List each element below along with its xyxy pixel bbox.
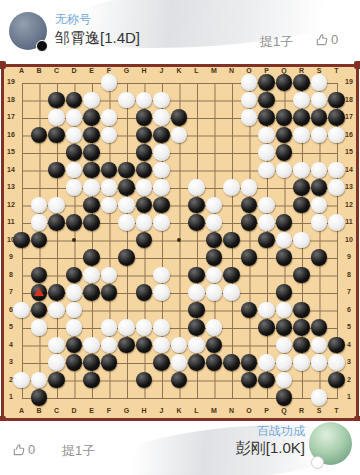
white-stone-J15: [153, 144, 170, 161]
col-label-bottom: M: [208, 407, 220, 415]
row-label-right: 7: [342, 288, 356, 296]
top-player-title: 无称号: [55, 11, 91, 28]
white-stone-M11: [206, 214, 223, 231]
black-stone-E11: [83, 214, 100, 231]
black-stone-P17: [258, 109, 275, 126]
row-label-left: 9: [4, 253, 18, 261]
col-label-top: H: [138, 67, 150, 75]
white-stone-K3: [171, 354, 188, 371]
black-stone-D15: [66, 144, 83, 161]
black-stone-L11: [188, 214, 205, 231]
white-stone-S19: [311, 74, 328, 91]
white-stone-E18: [83, 92, 100, 109]
white-stone-T16: [328, 127, 345, 144]
black-stone-L3: [188, 354, 205, 371]
black-stone-L5: [188, 319, 205, 336]
col-label-bottom: B: [33, 407, 45, 415]
black-stone-G14: [118, 162, 135, 179]
white-stone-C4: [48, 337, 65, 354]
black-stone-Q1: [276, 389, 293, 406]
col-label-bottom: N: [226, 407, 238, 415]
black-stone-D11: [66, 214, 83, 231]
white-stone-S3: [311, 354, 328, 371]
white-stone-D7: [66, 284, 83, 301]
white-stone-O13: [241, 179, 258, 196]
black-stone-E15: [83, 144, 100, 161]
black-stone-T18: [328, 92, 345, 109]
col-label-top: N: [226, 67, 238, 75]
white-stone-R16: [293, 127, 310, 144]
black-stone-C11: [48, 214, 65, 231]
col-label-bottom: K: [173, 407, 185, 415]
col-label-bottom: L: [191, 407, 203, 415]
black-stone-T2: [328, 372, 345, 389]
black-stone-J12: [153, 197, 170, 214]
black-stone-L8: [188, 267, 205, 284]
row-label-right: 6: [342, 306, 356, 314]
black-stone-S17: [311, 109, 328, 126]
white-stone-C17: [48, 109, 65, 126]
black-stone-E16: [83, 127, 100, 144]
thumbs-up-icon: [315, 33, 329, 47]
black-stone-H15: [136, 144, 153, 161]
col-label-bottom: O: [243, 407, 255, 415]
col-label-top: L: [191, 67, 203, 75]
col-label-bottom: Q: [278, 407, 290, 415]
white-stone-B11: [31, 214, 48, 231]
white-stone-L4: [188, 337, 205, 354]
black-stone-E17: [83, 109, 100, 126]
white-stone-J13: [153, 179, 170, 196]
white-stone-L7: [188, 284, 205, 301]
white-side-indicator: [311, 456, 324, 469]
black-stone-P19: [258, 74, 275, 91]
black-stone-N3: [223, 354, 240, 371]
top-like-button[interactable]: 0: [315, 32, 338, 47]
bottom-like-count: 0: [28, 442, 35, 457]
black-stone-R4: [293, 337, 310, 354]
row-label-right: 5: [342, 323, 356, 331]
row-label-right: 10: [342, 236, 356, 244]
black-stone-C14: [48, 162, 65, 179]
white-stone-L13: [188, 179, 205, 196]
black-stone-F3: [101, 354, 118, 371]
black-stone-M9: [206, 249, 223, 266]
bottom-player-name: 彭刚[1.0K]: [236, 439, 305, 458]
last-move-marker: [34, 288, 44, 296]
black-stone-Q19: [276, 74, 293, 91]
white-stone-H5: [136, 319, 153, 336]
white-stone-C12: [48, 197, 65, 214]
black-stone-Q9: [276, 249, 293, 266]
col-label-bottom: A: [16, 407, 28, 415]
bottom-player-title: 百战功成: [257, 423, 305, 440]
white-stone-P6: [258, 302, 275, 319]
black-stone-R5: [293, 319, 310, 336]
white-stone-R18: [293, 92, 310, 109]
white-stone-A6: [13, 302, 30, 319]
black-stone-R8: [293, 267, 310, 284]
col-label-bottom: D: [68, 407, 80, 415]
white-stone-J5: [153, 319, 170, 336]
white-stone-J14: [153, 162, 170, 179]
row-label-left: 13: [4, 183, 18, 191]
black-stone-R19: [293, 74, 310, 91]
row-label-left: 7: [4, 288, 18, 296]
col-label-top: E: [86, 67, 98, 75]
white-stone-M5: [206, 319, 223, 336]
black-stone-P5: [258, 319, 275, 336]
row-label-left: 19: [4, 78, 18, 86]
bottom-player-bar: 0 提1子 百战功成 彭刚[1.0K]: [0, 421, 360, 475]
black-stone-R13: [293, 179, 310, 196]
black-stone-B7: [31, 284, 48, 301]
black-stone-N10: [223, 232, 240, 249]
row-label-left: 14: [4, 166, 18, 174]
black-stone-K17: [171, 109, 188, 126]
black-stone-M3: [206, 354, 223, 371]
bottom-captures-count: 提1子: [62, 442, 95, 460]
black-stone-L6: [188, 302, 205, 319]
col-label-top: M: [208, 67, 220, 75]
black-stone-G4: [118, 337, 135, 354]
col-label-top: D: [68, 67, 80, 75]
black-stone-E3: [83, 354, 100, 371]
col-label-top: K: [173, 67, 185, 75]
white-stone-J4: [153, 337, 170, 354]
white-stone-R3: [293, 354, 310, 371]
white-stone-N13: [223, 179, 240, 196]
white-stone-B5: [31, 319, 48, 336]
white-stone-T13: [328, 179, 345, 196]
white-stone-G18: [118, 92, 135, 109]
bottom-like-button[interactable]: 0: [12, 442, 35, 457]
row-label-right: 12: [342, 201, 356, 209]
black-side-indicator: [36, 40, 48, 52]
col-label-bottom: F: [103, 407, 115, 415]
black-stone-Q11: [276, 214, 293, 231]
black-stone-E9: [83, 249, 100, 266]
star-point: [177, 238, 181, 242]
black-stone-E7: [83, 284, 100, 301]
white-stone-M7: [206, 284, 223, 301]
col-label-bottom: R: [296, 407, 308, 415]
black-stone-F7: [101, 284, 118, 301]
black-stone-Q5: [276, 319, 293, 336]
white-stone-F13: [101, 179, 118, 196]
row-label-left: 17: [4, 113, 18, 121]
black-stone-E14: [83, 162, 100, 179]
white-stone-P16: [258, 127, 275, 144]
col-label-bottom: T: [331, 407, 343, 415]
row-label-left: 16: [4, 131, 18, 139]
top-like-count: 0: [331, 32, 338, 47]
black-stone-S9: [311, 249, 328, 266]
row-label-right: 1: [342, 393, 356, 401]
black-stone-O3: [241, 354, 258, 371]
app-screen: 无称号 邹霄逸[1.4D] 提1子 0 AABBCCDDEEFFGGHHJJKK…: [0, 0, 360, 475]
white-stone-J11: [153, 214, 170, 231]
black-stone-N8: [223, 267, 240, 284]
black-stone-Q17: [276, 109, 293, 126]
white-stone-D5: [66, 319, 83, 336]
col-label-top: J: [156, 67, 168, 75]
black-stone-S5: [311, 319, 328, 336]
row-label-left: 15: [4, 148, 18, 156]
white-stone-R14: [293, 162, 310, 179]
white-stone-J17: [153, 109, 170, 126]
goban[interactable]: AABBCCDDEEFFGGHHJJKKLLMMNNOOPPQQRRSSTT19…: [4, 67, 356, 418]
black-stone-P2: [258, 372, 275, 389]
white-stone-E8: [83, 267, 100, 284]
white-stone-H11: [136, 214, 153, 231]
col-label-bottom: J: [156, 407, 168, 415]
thumbs-up-icon: [12, 443, 26, 457]
white-stone-P3: [258, 354, 275, 371]
white-stone-F17: [101, 109, 118, 126]
black-stone-B1: [31, 389, 48, 406]
black-stone-O11: [241, 214, 258, 231]
col-label-bottom: C: [51, 407, 63, 415]
white-stone-G5: [118, 319, 135, 336]
white-stone-S11: [311, 214, 328, 231]
white-stone-P14: [258, 162, 275, 179]
white-stone-T3: [328, 354, 345, 371]
black-stone-S13: [311, 179, 328, 196]
col-label-bottom: P: [261, 407, 273, 415]
star-point: [72, 238, 76, 242]
black-stone-C7: [48, 284, 65, 301]
black-stone-O9: [241, 249, 258, 266]
white-stone-N7: [223, 284, 240, 301]
black-stone-C18: [48, 92, 65, 109]
black-stone-D3: [66, 354, 83, 371]
white-stone-F5: [101, 319, 118, 336]
white-stone-J7: [153, 284, 170, 301]
white-stone-P15: [258, 144, 275, 161]
black-stone-G13: [118, 179, 135, 196]
black-stone-C2: [48, 372, 65, 389]
col-label-bottom: H: [138, 407, 150, 415]
white-stone-G11: [118, 214, 135, 231]
white-stone-Q3: [276, 354, 293, 371]
black-stone-A10: [13, 232, 30, 249]
black-stone-T17: [328, 109, 345, 126]
top-captures-count: 提1子: [260, 33, 293, 51]
black-stone-P10: [258, 232, 275, 249]
black-stone-J3: [153, 354, 170, 371]
black-stone-P18: [258, 92, 275, 109]
row-label-left: 5: [4, 323, 18, 331]
row-label-left: 18: [4, 96, 18, 104]
row-label-right: 9: [342, 253, 356, 261]
white-stone-R10: [293, 232, 310, 249]
white-stone-F19: [101, 74, 118, 91]
row-label-left: 8: [4, 271, 18, 279]
row-label-left: 11: [4, 218, 18, 226]
white-stone-P12: [258, 197, 275, 214]
black-stone-C16: [48, 127, 65, 144]
black-stone-R12: [293, 197, 310, 214]
black-stone-G9: [118, 249, 135, 266]
white-stone-O19: [241, 74, 258, 91]
white-stone-J18: [153, 92, 170, 109]
black-stone-E2: [83, 372, 100, 389]
black-stone-H17: [136, 109, 153, 126]
white-stone-A2: [13, 372, 30, 389]
white-stone-C6: [48, 302, 65, 319]
black-stone-R6: [293, 302, 310, 319]
black-stone-Q15: [276, 144, 293, 161]
white-stone-E4: [83, 337, 100, 354]
col-label-bottom: G: [121, 407, 133, 415]
black-stone-T4: [328, 337, 345, 354]
black-stone-H7: [136, 284, 153, 301]
col-label-bottom: E: [86, 407, 98, 415]
white-stone-D13: [66, 179, 83, 196]
row-label-left: 4: [4, 341, 18, 349]
white-stone-E13: [83, 179, 100, 196]
black-stone-Q7: [276, 284, 293, 301]
white-stone-C3: [48, 354, 65, 371]
black-stone-J16: [153, 127, 170, 144]
white-stone-P11: [258, 214, 275, 231]
go-board: AABBCCDDEEFFGGHHJJKKLLMMNNOOPPQQRRSSTT19…: [1, 64, 359, 421]
white-stone-D17: [66, 109, 83, 126]
col-label-top: A: [16, 67, 28, 75]
white-stone-O17: [241, 109, 258, 126]
white-stone-T11: [328, 214, 345, 231]
row-label-right: 19: [342, 78, 356, 86]
white-stone-J8: [153, 267, 170, 284]
white-stone-H13: [136, 179, 153, 196]
top-player-name: 邹霄逸[1.4D]: [55, 29, 140, 48]
col-label-top: T: [331, 67, 343, 75]
white-stone-S1: [311, 389, 328, 406]
black-stone-L12: [188, 197, 205, 214]
col-label-top: G: [121, 67, 133, 75]
row-label-left: 3: [4, 358, 18, 366]
black-stone-R17: [293, 109, 310, 126]
row-label-left: 12: [4, 201, 18, 209]
row-label-right: 15: [342, 148, 356, 156]
col-label-bottom: S: [313, 407, 325, 415]
row-label-right: 8: [342, 271, 356, 279]
col-label-top: B: [33, 67, 45, 75]
white-stone-G12: [118, 197, 135, 214]
row-label-left: 1: [4, 393, 18, 401]
col-label-top: C: [51, 67, 63, 75]
top-player-bar: 无称号 邹霄逸[1.4D] 提1子 0: [0, 0, 360, 64]
white-stone-T14: [328, 162, 345, 179]
black-stone-E12: [83, 197, 100, 214]
